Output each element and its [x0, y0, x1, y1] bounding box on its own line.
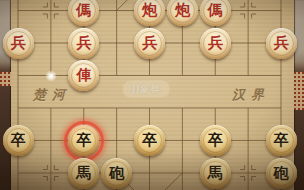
- background-deco-band: [0, 72, 11, 86]
- piece-black-pawn[interactable]: 卒: [200, 125, 231, 156]
- piece-character: 馬: [208, 165, 223, 180]
- piece-black-pawn[interactable]: 卒: [266, 125, 297, 156]
- piece-character: 兵: [11, 35, 26, 50]
- piece-character: 馬: [76, 165, 91, 180]
- piece-black-cannon[interactable]: 砲: [101, 158, 132, 189]
- piece-black-pawn[interactable]: 卒: [68, 125, 99, 156]
- piece-black-pawn[interactable]: 卒: [134, 125, 165, 156]
- piece-character: 傌: [208, 3, 223, 18]
- piece-character: 砲: [109, 165, 124, 180]
- river-label-chu-he: 楚河: [27, 86, 71, 104]
- piece-character: 兵: [208, 35, 223, 50]
- piece-character: 卒: [208, 133, 223, 148]
- piece-character: 炮: [175, 3, 190, 18]
- piece-red-pawn[interactable]: 兵: [134, 28, 165, 59]
- piece-red-pawn[interactable]: 兵: [68, 28, 99, 59]
- piece-character: 俥: [76, 68, 91, 83]
- piece-red-pawn[interactable]: 兵: [3, 28, 34, 59]
- background-left-panel: [0, 0, 11, 190]
- piece-character: 兵: [274, 35, 289, 50]
- piece-black-horse[interactable]: 馬: [200, 158, 231, 189]
- piece-character: 卒: [142, 133, 157, 148]
- piece-character: 傌: [76, 3, 91, 18]
- piece-character: 兵: [76, 35, 91, 50]
- piece-character: 砲: [274, 165, 289, 180]
- piece-black-cannon[interactable]: 砲: [266, 158, 297, 189]
- game-screen: 楚河 汉界 JJ象棋 傌炮炮傌兵兵兵兵兵俥卒卒卒卒卒馬砲馬砲: [0, 0, 304, 190]
- piece-character: 兵: [142, 35, 157, 50]
- background-right-panel: [294, 0, 304, 190]
- piece-black-pawn[interactable]: 卒: [3, 125, 34, 156]
- piece-character: 卒: [11, 133, 26, 148]
- move-glow-dot: [45, 70, 57, 82]
- app-watermark: JJ象棋: [123, 81, 170, 98]
- piece-black-horse[interactable]: 馬: [68, 158, 99, 189]
- piece-character: 卒: [76, 133, 91, 148]
- river-label-han-jie: 汉界: [226, 86, 270, 104]
- piece-character: 卒: [274, 133, 289, 148]
- piece-red-pawn[interactable]: 兵: [266, 28, 297, 59]
- piece-character: 炮: [142, 3, 157, 18]
- piece-red-pawn[interactable]: 兵: [200, 28, 231, 59]
- background-deco-band: [294, 72, 304, 110]
